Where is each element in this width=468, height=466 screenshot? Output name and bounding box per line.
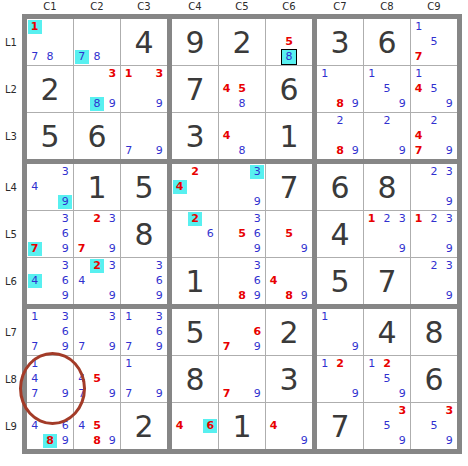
candidate-9[interactable]: 9 — [250, 340, 265, 355]
cell-L8C2[interactable]: 4579 — [74, 356, 120, 402]
candidate-3[interactable]: 3 — [152, 258, 167, 273]
candidate-digit: 7 — [122, 144, 136, 158]
candidate-3[interactable]: 3 — [105, 66, 120, 81]
cell-L3C5[interactable]: 48 — [219, 113, 265, 159]
candidate-digit: 2 — [90, 259, 104, 273]
candidate-6[interactable]: 6 — [58, 226, 73, 241]
cell-L1C8[interactable]: 6 — [364, 19, 410, 65]
candidate-6[interactable]: 6 — [58, 418, 73, 433]
cell-L9C6[interactable]: 49 — [266, 403, 312, 449]
candidate-8[interactable]: 8 — [42, 50, 57, 65]
candidate-9[interactable]: 9 — [105, 289, 120, 304]
candidate-digit: 9 — [297, 242, 311, 256]
candidate-8[interactable]: 8 — [332, 97, 347, 112]
candidate-digit: 3 — [105, 212, 119, 226]
candidate-digit: 9 — [105, 434, 119, 448]
cell-L6C5[interactable]: 3689 — [219, 258, 265, 304]
cell-L8C5[interactable]: 79 — [219, 356, 265, 402]
candidate-1[interactable]: 1 — [411, 211, 426, 226]
cell-L4C8[interactable]: 8 — [364, 164, 410, 210]
cell-L6C6[interactable]: 489 — [266, 258, 312, 304]
candidate-8[interactable]: 8 — [89, 50, 104, 65]
candidate-digit: 3 — [105, 67, 119, 81]
candidate-2[interactable]: 2 — [89, 211, 104, 226]
candidate-9[interactable]: 9 — [395, 434, 410, 449]
cell-L5C7[interactable]: 4 — [317, 211, 363, 257]
candidate-9[interactable]: 9 — [250, 242, 265, 257]
candidate-digit: 2 — [188, 165, 202, 179]
candidate-9[interactable]: 9 — [58, 387, 73, 402]
candidate-digit: 4 — [75, 274, 89, 288]
cell-L3C3[interactable]: 79 — [121, 113, 167, 159]
cell-L4C7[interactable]: 6 — [317, 164, 363, 210]
candidate-9[interactable]: 9 — [152, 289, 167, 304]
candidate-9[interactable]: 9 — [105, 387, 120, 402]
candidate-9[interactable]: 9 — [442, 289, 457, 304]
cell-L6C1[interactable]: 3469 — [27, 258, 73, 304]
candidate-6[interactable]: 6 — [250, 324, 265, 339]
cell-L4C4[interactable]: 24 — [172, 164, 218, 210]
cell-L3C2[interactable]: 6 — [74, 113, 120, 159]
candidate-digit: 7 — [28, 242, 42, 256]
cell-L8C6[interactable]: 3 — [266, 356, 312, 402]
candidate-9[interactable]: 9 — [105, 434, 120, 449]
candidate-digit: 6 — [58, 325, 72, 339]
candidate-3[interactable]: 3 — [105, 309, 120, 324]
cell-L1C5[interactable]: 2 — [219, 19, 265, 65]
candidate-digit: 6 — [152, 325, 166, 339]
candidate-3[interactable]: 3 — [442, 164, 457, 179]
candidate-5[interactable]: 5 — [89, 418, 104, 433]
candidate-digit: 1 — [365, 67, 379, 81]
candidate-2[interactable]: 2 — [89, 258, 104, 273]
candidate-6[interactable]: 6 — [250, 226, 265, 241]
candidate-9[interactable]: 9 — [58, 289, 73, 304]
candidate-1[interactable]: 1 — [364, 66, 379, 81]
candidate-digit: 3 — [152, 310, 166, 324]
candidate-9[interactable]: 9 — [152, 387, 167, 402]
candidate-digit: 7 — [75, 242, 89, 256]
candidate-2[interactable]: 2 — [426, 211, 441, 226]
candidate-1[interactable]: 1 — [411, 19, 426, 34]
candidate-5[interactable]: 5 — [234, 226, 249, 241]
cell-L7C3[interactable]: 13679 — [121, 309, 167, 355]
candidate-digit: 2 — [90, 212, 104, 226]
cell-L3C8[interactable]: 29 — [364, 113, 410, 159]
cell-L3C1[interactable]: 5 — [27, 113, 73, 159]
candidate-4[interactable]: 4 — [411, 128, 426, 143]
candidate-digit: 4 — [267, 419, 281, 433]
cell-L2C3[interactable]: 139 — [121, 66, 167, 112]
cell-L5C3[interactable]: 8 — [121, 211, 167, 257]
candidate-3[interactable]: 3 — [442, 258, 457, 273]
cell-L2C4[interactable]: 7 — [172, 66, 218, 112]
candidate-digit: 1 — [412, 212, 426, 226]
cell-value: 3 — [317, 19, 363, 65]
candidate-5[interactable]: 5 — [426, 34, 441, 49]
cell-L9C9[interactable]: 359 — [411, 403, 457, 449]
candidate-7[interactable]: 7 — [74, 340, 89, 355]
candidate-2[interactable]: 2 — [187, 164, 202, 179]
cell-L6C4[interactable]: 1 — [172, 258, 218, 304]
candidate-digit: 9 — [105, 97, 119, 111]
candidate-7[interactable]: 7 — [27, 387, 42, 402]
candidate-4[interactable]: 4 — [219, 81, 234, 96]
candidate-1[interactable]: 1 — [27, 356, 42, 371]
cell-L7C6[interactable]: 2 — [266, 309, 312, 355]
candidate-5[interactable]: 5 — [379, 371, 394, 386]
cell-L4C5[interactable]: 39 — [219, 164, 265, 210]
cell-L6C7[interactable]: 5 — [317, 258, 363, 304]
candidate-8[interactable]: 8 — [89, 434, 104, 449]
candidate-digit: 9 — [58, 387, 72, 401]
candidate-3[interactable]: 3 — [58, 211, 73, 226]
candidate-1[interactable]: 1 — [364, 211, 379, 226]
candidate-digit: 9 — [58, 289, 72, 303]
candidate-2[interactable]: 2 — [426, 258, 441, 273]
candidate-2[interactable]: 2 — [379, 356, 394, 371]
candidate-4[interactable]: 4 — [266, 273, 281, 288]
cell-L7C4[interactable]: 5 — [172, 309, 218, 355]
candidate-9[interactable]: 9 — [395, 97, 410, 112]
candidate-5[interactable]: 5 — [379, 418, 394, 433]
candidate-6[interactable]: 6 — [58, 324, 73, 339]
candidate-8[interactable]: 8 — [332, 144, 347, 159]
candidate-3[interactable]: 3 — [105, 211, 120, 226]
cell-value: 9 — [172, 19, 218, 65]
candidate-4[interactable]: 4 — [411, 81, 426, 96]
candidate-9[interactable]: 9 — [395, 144, 410, 159]
candidate-8[interactable]: 8 — [281, 50, 296, 65]
cell-value: 7 — [172, 66, 218, 112]
candidate-1[interactable]: 1 — [27, 19, 42, 34]
candidate-8[interactable]: 8 — [234, 144, 249, 159]
candidate-digit: 4 — [173, 419, 187, 433]
candidate-6[interactable]: 6 — [152, 324, 167, 339]
candidate-digit: 9 — [105, 387, 119, 401]
col-label-C5: C5 — [235, 1, 248, 13]
cell-L4C9[interactable]: 239 — [411, 164, 457, 210]
candidate-3[interactable]: 3 — [442, 403, 457, 418]
cell-L4C2[interactable]: 1 — [74, 164, 120, 210]
candidate-4[interactable]: 4 — [74, 371, 89, 386]
cell-L9C4[interactable]: 46 — [172, 403, 218, 449]
candidate-7[interactable]: 7 — [27, 50, 42, 65]
cell-L3C7[interactable]: 289 — [317, 113, 363, 159]
cell-L7C8[interactable]: 4 — [364, 309, 410, 355]
candidate-digit: 8 — [90, 97, 104, 111]
candidate-3[interactable]: 3 — [395, 211, 410, 226]
candidate-5[interactable]: 5 — [234, 81, 249, 96]
candidate-4[interactable]: 4 — [219, 128, 234, 143]
candidate-9[interactable]: 9 — [348, 97, 363, 112]
cell-L4C6[interactable]: 7 — [266, 164, 312, 210]
candidate-1[interactable]: 1 — [317, 309, 332, 324]
candidate-9[interactable]: 9 — [395, 387, 410, 402]
cell-L7C9[interactable]: 8 — [411, 309, 457, 355]
candidate-9[interactable]: 9 — [395, 242, 410, 257]
candidate-digit: 8 — [281, 49, 296, 65]
candidate-digit: 1 — [365, 357, 379, 371]
cell-value: 2 — [219, 19, 265, 65]
cell-L9C8[interactable]: 359 — [364, 403, 410, 449]
candidate-9[interactable]: 9 — [250, 387, 265, 402]
candidate-digit: 3 — [105, 259, 119, 273]
cell-L9C7[interactable]: 7 — [317, 403, 363, 449]
candidate-digit: 8 — [43, 50, 57, 64]
candidate-digit: 3 — [442, 404, 456, 418]
candidate-digit: 9 — [395, 144, 409, 158]
cell-L9C1[interactable]: 4689 — [27, 403, 73, 449]
cell-L8C3[interactable]: 179 — [121, 356, 167, 402]
candidate-7[interactable]: 7 — [74, 242, 89, 257]
candidate-4[interactable]: 4 — [27, 179, 42, 194]
cell-L8C1[interactable]: 1479 — [27, 356, 73, 402]
candidate-1[interactable]: 1 — [364, 356, 379, 371]
candidate-9[interactable]: 9 — [348, 387, 363, 402]
candidate-9[interactable]: 9 — [442, 97, 457, 112]
cell-L7C7[interactable]: 19 — [317, 309, 363, 355]
candidate-digit: 1 — [318, 67, 332, 81]
candidate-9[interactable]: 9 — [250, 195, 265, 210]
candidate-6[interactable]: 6 — [203, 226, 218, 241]
cell-L8C7[interactable]: 129 — [317, 356, 363, 402]
candidate-5[interactable]: 5 — [426, 418, 441, 433]
candidate-6[interactable]: 6 — [203, 418, 218, 433]
cell-L1C1[interactable]: 178 — [27, 19, 73, 65]
candidate-4[interactable]: 4 — [266, 418, 281, 433]
candidate-7[interactable]: 7 — [411, 50, 426, 65]
cell-L7C1[interactable]: 13679 — [27, 309, 73, 355]
candidate-5[interactable]: 5 — [89, 371, 104, 386]
cell-value: 5 — [121, 164, 167, 210]
cell-L2C2[interactable]: 389 — [74, 66, 120, 112]
cell-L2C9[interactable]: 1459 — [411, 66, 457, 112]
cell-L1C6[interactable]: 58 — [266, 19, 312, 65]
cell-L9C2[interactable]: 4589 — [74, 403, 120, 449]
candidate-1[interactable]: 1 — [317, 356, 332, 371]
candidate-3[interactable]: 3 — [152, 309, 167, 324]
candidate-7[interactable]: 7 — [27, 340, 42, 355]
candidate-3[interactable]: 3 — [442, 211, 457, 226]
candidate-2[interactable]: 2 — [379, 113, 394, 128]
candidate-3[interactable]: 3 — [250, 164, 265, 179]
candidate-8[interactable]: 8 — [89, 97, 104, 112]
candidate-8[interactable]: 8 — [234, 97, 249, 112]
candidate-2[interactable]: 2 — [379, 211, 394, 226]
cell-L5C5[interactable]: 3569 — [219, 211, 265, 257]
cell-L2C1[interactable]: 2 — [27, 66, 73, 112]
candidate-7[interactable]: 7 — [74, 387, 89, 402]
candidate-8[interactable]: 8 — [281, 289, 296, 304]
cell-L3C6[interactable]: 1 — [266, 113, 312, 159]
candidate-7[interactable]: 7 — [121, 387, 136, 402]
candidate-digit: 4 — [75, 419, 89, 433]
candidate-6[interactable]: 6 — [58, 273, 73, 288]
candidate-9[interactable]: 9 — [58, 340, 73, 355]
candidate-digit: 8 — [333, 97, 347, 111]
candidate-digit: 9 — [395, 434, 409, 448]
candidate-digit: 9 — [58, 340, 72, 354]
candidate-2[interactable]: 2 — [332, 356, 347, 371]
candidate-9[interactable]: 9 — [250, 289, 265, 304]
candidate-digit: 7 — [75, 50, 89, 64]
candidate-2[interactable]: 2 — [187, 211, 202, 226]
candidate-7[interactable]: 7 — [121, 340, 136, 355]
candidate-7[interactable]: 7 — [219, 387, 234, 402]
candidate-4[interactable]: 4 — [74, 273, 89, 288]
candidate-5[interactable]: 5 — [281, 226, 296, 241]
candidate-1[interactable]: 1 — [121, 66, 136, 81]
candidate-digit: 1 — [318, 310, 332, 324]
cell-L5C6[interactable]: 59 — [266, 211, 312, 257]
cell-value: 4 — [364, 309, 410, 355]
candidate-9[interactable]: 9 — [58, 242, 73, 257]
cell-L6C9[interactable]: 239 — [411, 258, 457, 304]
candidate-3[interactable]: 3 — [58, 309, 73, 324]
col-label-C8: C8 — [380, 1, 393, 13]
cell-L5C8[interactable]: 1239 — [364, 211, 410, 257]
candidate-9[interactable]: 9 — [58, 195, 73, 210]
candidate-9[interactable]: 9 — [105, 97, 120, 112]
cell-L9C3[interactable]: 2 — [121, 403, 167, 449]
candidate-digit: 2 — [427, 165, 441, 179]
candidate-2[interactable]: 2 — [332, 113, 347, 128]
cell-L1C4[interactable]: 9 — [172, 19, 218, 65]
candidate-4[interactable]: 4 — [27, 273, 42, 288]
candidate-4[interactable]: 4 — [27, 418, 42, 433]
candidate-8[interactable]: 8 — [42, 434, 57, 449]
candidate-5[interactable]: 5 — [426, 81, 441, 96]
candidate-5[interactable]: 5 — [379, 81, 394, 96]
candidate-digit: 9 — [105, 340, 119, 354]
candidate-digit: 6 — [58, 419, 72, 433]
cell-L2C8[interactable]: 159 — [364, 66, 410, 112]
candidate-4[interactable]: 4 — [74, 418, 89, 433]
candidate-4[interactable]: 4 — [172, 179, 187, 194]
cell-L3C9[interactable]: 2479 — [411, 113, 457, 159]
candidate-digit: 9 — [250, 289, 264, 303]
candidate-digit: 5 — [282, 227, 296, 241]
candidate-9[interactable]: 9 — [442, 144, 457, 159]
candidate-9[interactable]: 9 — [442, 434, 457, 449]
cell-L1C3[interactable]: 4 — [121, 19, 167, 65]
candidate-9[interactable]: 9 — [442, 242, 457, 257]
candidate-digit: 8 — [90, 50, 104, 64]
candidate-1[interactable]: 1 — [317, 66, 332, 81]
candidate-7[interactable]: 7 — [121, 144, 136, 159]
candidate-9[interactable]: 9 — [58, 434, 73, 449]
candidate-3[interactable]: 3 — [105, 258, 120, 273]
candidate-6[interactable]: 6 — [250, 273, 265, 288]
candidate-digit: 9 — [442, 289, 456, 303]
cell-L6C3[interactable]: 369 — [121, 258, 167, 304]
cell-L5C4[interactable]: 26 — [172, 211, 218, 257]
candidate-3[interactable]: 3 — [395, 403, 410, 418]
cell-L2C7[interactable]: 189 — [317, 66, 363, 112]
cell-L1C9[interactable]: 157 — [411, 19, 457, 65]
candidate-digit: 2 — [427, 212, 441, 226]
cell-L1C2[interactable]: 78 — [74, 19, 120, 65]
cell-L2C6[interactable]: 6 — [266, 66, 312, 112]
candidate-digit: 8 — [235, 144, 249, 158]
cell-L3C4[interactable]: 3 — [172, 113, 218, 159]
candidate-9[interactable]: 9 — [297, 289, 312, 304]
candidate-5[interactable]: 5 — [281, 34, 296, 49]
candidate-digit: 4 — [28, 372, 42, 386]
candidate-1[interactable]: 1 — [121, 309, 136, 324]
candidate-digit: 8 — [90, 434, 104, 448]
cell-L1C7[interactable]: 3 — [317, 19, 363, 65]
candidate-digit: 9 — [297, 289, 311, 303]
candidate-3[interactable]: 3 — [250, 258, 265, 273]
candidate-3[interactable]: 3 — [250, 211, 265, 226]
candidate-1[interactable]: 1 — [121, 356, 136, 371]
candidate-7[interactable]: 7 — [74, 50, 89, 65]
candidate-3[interactable]: 3 — [58, 164, 73, 179]
candidate-digit: 3 — [152, 67, 166, 81]
candidate-2[interactable]: 2 — [426, 164, 441, 179]
cell-L5C2[interactable]: 2379 — [74, 211, 120, 257]
cell-L6C2[interactable]: 2349 — [74, 258, 120, 304]
cell-L4C1[interactable]: 349 — [27, 164, 73, 210]
candidate-4[interactable]: 4 — [27, 371, 42, 386]
candidate-7[interactable]: 7 — [411, 144, 426, 159]
candidate-9[interactable]: 9 — [442, 195, 457, 210]
cell-L8C8[interactable]: 1259 — [364, 356, 410, 402]
cell-L8C9[interactable]: 6 — [411, 356, 457, 402]
candidate-9[interactable]: 9 — [105, 340, 120, 355]
candidate-9[interactable]: 9 — [348, 340, 363, 355]
candidate-4[interactable]: 4 — [172, 418, 187, 433]
cell-L5C1[interactable]: 3679 — [27, 211, 73, 257]
candidate-7[interactable]: 7 — [219, 340, 234, 355]
cell-value: 6 — [364, 19, 410, 65]
candidate-9[interactable]: 9 — [152, 340, 167, 355]
candidate-2[interactable]: 2 — [426, 113, 441, 128]
cell-L4C3[interactable]: 5 — [121, 164, 167, 210]
cell-L8C4[interactable]: 8 — [172, 356, 218, 402]
row-label-L4: L4 — [1, 182, 21, 193]
candidate-9[interactable]: 9 — [105, 242, 120, 257]
candidate-digit: 4 — [412, 82, 426, 96]
cell-L7C5[interactable]: 679 — [219, 309, 265, 355]
cell-L2C5[interactable]: 458 — [219, 66, 265, 112]
candidate-8[interactable]: 8 — [234, 289, 249, 304]
candidate-9[interactable]: 9 — [348, 144, 363, 159]
candidate-6[interactable]: 6 — [152, 273, 167, 288]
candidate-9[interactable]: 9 — [297, 242, 312, 257]
cell-L9C5[interactable]: 1 — [219, 403, 265, 449]
cell-L5C9[interactable]: 1239 — [411, 211, 457, 257]
candidate-digit: 8 — [235, 97, 249, 111]
candidate-9[interactable]: 9 — [152, 144, 167, 159]
cell-L6C8[interactable]: 7 — [364, 258, 410, 304]
candidate-1[interactable]: 1 — [411, 66, 426, 81]
candidate-7[interactable]: 7 — [27, 242, 42, 257]
cell-value: 7 — [317, 403, 363, 449]
cell-L7C2[interactable]: 379 — [74, 309, 120, 355]
cell-value: 1 — [74, 164, 120, 210]
candidate-digit: 6 — [58, 227, 72, 241]
candidate-9[interactable]: 9 — [152, 97, 167, 112]
candidate-3[interactable]: 3 — [152, 66, 167, 81]
candidate-digit: 4 — [28, 419, 42, 433]
candidate-9[interactable]: 9 — [297, 434, 312, 449]
candidate-1[interactable]: 1 — [27, 309, 42, 324]
candidate-digit: 9 — [105, 242, 119, 256]
candidate-3[interactable]: 3 — [58, 258, 73, 273]
